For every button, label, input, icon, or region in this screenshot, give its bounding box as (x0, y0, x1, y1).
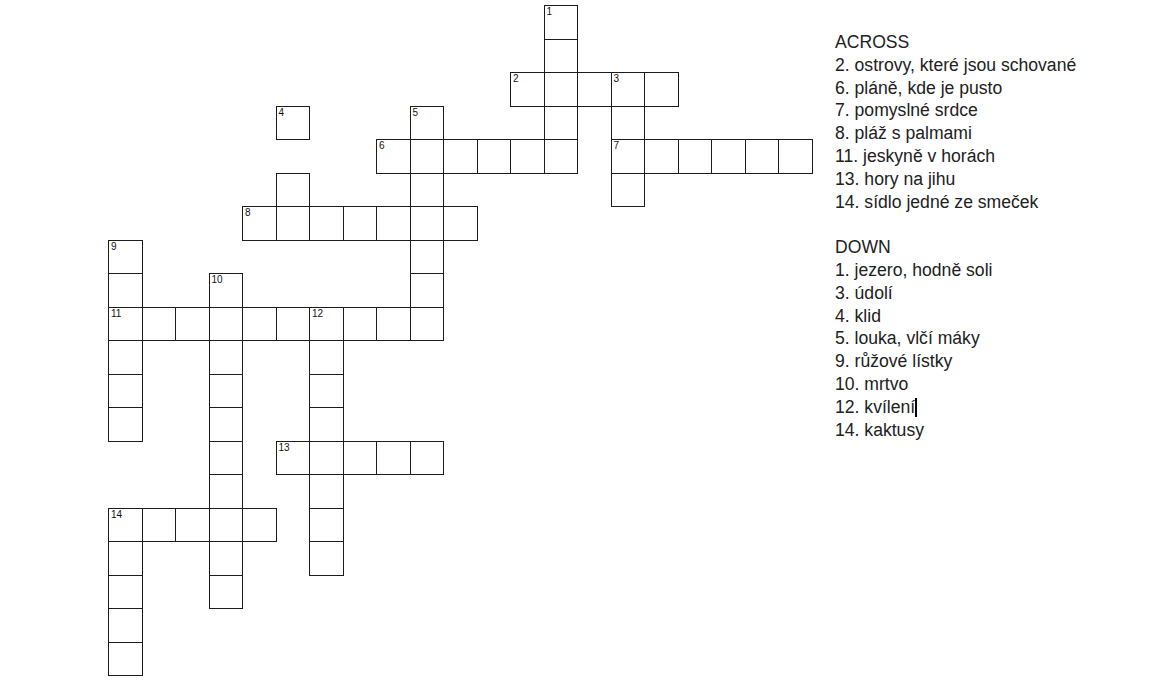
grid-cell[interactable] (209, 541, 244, 576)
grid-cell[interactable] (108, 541, 143, 576)
clue-number: 10 (212, 274, 223, 285)
grid-cell[interactable] (611, 173, 646, 208)
grid-cell[interactable]: 11 (108, 307, 143, 342)
grid-cell[interactable] (209, 474, 244, 509)
grid-cell[interactable] (142, 307, 177, 342)
clue-down-12[interactable]: 12. kvílení (835, 396, 1076, 419)
grid-cell[interactable] (544, 139, 579, 174)
clue-number: 1 (547, 6, 553, 17)
grid-cell[interactable] (209, 508, 244, 543)
clue-down-10[interactable]: 10. mrtvo (835, 373, 1076, 396)
grid-cell[interactable] (644, 72, 679, 107)
grid-cell[interactable]: 9 (108, 240, 143, 275)
grid-cell[interactable] (376, 206, 411, 241)
grid-cell[interactable] (410, 307, 445, 342)
grid-cell[interactable]: 10 (209, 273, 244, 308)
grid-cell[interactable] (209, 407, 244, 442)
grid-cell[interactable] (309, 340, 344, 375)
grid-cell[interactable] (443, 139, 478, 174)
grid-cell[interactable]: 5 (410, 106, 445, 141)
grid-cell[interactable]: 4 (276, 106, 311, 141)
clue-number: 6 (379, 140, 385, 151)
grid-cell[interactable] (410, 441, 445, 476)
grid-cell[interactable] (745, 139, 780, 174)
grid-cell[interactable] (209, 575, 244, 610)
clue-down-1[interactable]: 1. jezero, hodně soli (835, 259, 1076, 282)
clue-down-4[interactable]: 4. klid (835, 305, 1076, 328)
clue-number: 12 (312, 308, 323, 319)
grid-cell[interactable] (544, 39, 579, 74)
grid-cell[interactable] (209, 340, 244, 375)
across-heading: ACROSS (835, 31, 1076, 54)
text-cursor (915, 398, 917, 417)
across-clues-list: 2. ostrovy, které jsou schované6. pláně,… (835, 54, 1076, 214)
grid-cell[interactable] (175, 508, 210, 543)
grid-cell[interactable] (108, 642, 143, 677)
grid-cell[interactable] (209, 307, 244, 342)
grid-cell[interactable]: 1 (544, 5, 579, 40)
grid-cell[interactable] (410, 240, 445, 275)
grid-cell[interactable] (678, 139, 713, 174)
grid-cell[interactable]: 14 (108, 508, 143, 543)
grid-cell[interactable]: 12 (309, 307, 344, 342)
grid-cell[interactable] (142, 508, 177, 543)
grid-cell[interactable] (410, 173, 445, 208)
clue-number: 4 (279, 107, 285, 118)
clue-number: 7 (614, 140, 620, 151)
grid-cell[interactable] (309, 508, 344, 543)
grid-cell[interactable] (611, 106, 646, 141)
grid-cell[interactable] (108, 608, 143, 643)
grid-cell[interactable] (343, 307, 378, 342)
grid-cell[interactable] (577, 72, 612, 107)
down-heading: DOWN (835, 236, 1076, 259)
grid-cell[interactable]: 13 (276, 441, 311, 476)
clue-number: 9 (111, 241, 117, 252)
grid-cell[interactable] (108, 575, 143, 610)
grid-cell[interactable]: 2 (510, 72, 545, 107)
clue-across-14[interactable]: 14. sídlo jedné ze smeček (835, 191, 1076, 214)
grid-cell[interactable] (242, 307, 277, 342)
grid-cell[interactable] (343, 441, 378, 476)
clue-number: 3 (614, 73, 620, 84)
grid-cell[interactable] (175, 307, 210, 342)
grid-cell[interactable] (477, 139, 512, 174)
clue-number: 11 (111, 308, 121, 319)
clues-spacer (835, 213, 1076, 236)
clue-down-3[interactable]: 3. údolí (835, 282, 1076, 305)
crossword-board: 1234567891011121314 (108, 5, 813, 677)
grid-cell[interactable]: 8 (242, 206, 277, 241)
grid-cell[interactable] (209, 441, 244, 476)
grid-cell[interactable] (343, 206, 378, 241)
grid-cell[interactable] (410, 206, 445, 241)
grid-cell[interactable] (376, 307, 411, 342)
clue-down-9[interactable]: 9. růžové lístky (835, 350, 1076, 373)
clue-across-13[interactable]: 13. hory na jihu (835, 168, 1076, 191)
grid-cell[interactable] (309, 441, 344, 476)
clue-number: 14 (111, 509, 122, 520)
clues-panel: ACROSS 2. ostrovy, které jsou schované6.… (835, 31, 1076, 441)
grid-cell[interactable] (209, 374, 244, 409)
grid-cell[interactable] (108, 273, 143, 308)
grid-cell[interactable] (108, 407, 143, 442)
grid-cell[interactable] (309, 474, 344, 509)
grid-cell[interactable] (410, 139, 445, 174)
grid-cell[interactable] (410, 273, 445, 308)
grid-cell[interactable] (242, 508, 277, 543)
clue-down-14[interactable]: 14. kaktusy (835, 419, 1076, 442)
clue-number: 5 (413, 107, 419, 118)
grid-cell[interactable] (276, 206, 311, 241)
clue-across-11[interactable]: 11. jeskyně v horách (835, 145, 1076, 168)
grid-cell[interactable] (309, 541, 344, 576)
clue-number: 8 (245, 207, 251, 218)
grid-cell[interactable] (276, 307, 311, 342)
grid-cell[interactable] (309, 407, 344, 442)
down-clues-list: 1. jezero, hodně soli3. údolí4. klid5. l… (835, 259, 1076, 441)
grid-cell[interactable]: 3 (611, 72, 646, 107)
clue-number: 13 (279, 442, 290, 453)
grid-cell[interactable] (544, 72, 579, 107)
grid-cell[interactable] (108, 340, 143, 375)
clue-across-6[interactable]: 6. pláně, kde je pusto (835, 77, 1076, 100)
grid-cell[interactable] (108, 374, 143, 409)
grid-cell[interactable] (376, 441, 411, 476)
clue-number: 2 (513, 73, 519, 84)
grid-cell[interactable] (510, 139, 545, 174)
grid-cell[interactable]: 7 (611, 139, 646, 174)
grid-cell[interactable] (711, 139, 746, 174)
clue-down-5[interactable]: 5. louka, vlčí máky (835, 327, 1076, 350)
grid-cell[interactable]: 6 (376, 139, 411, 174)
grid-cell[interactable] (443, 206, 478, 241)
clue-across-8[interactable]: 8. pláž s palmami (835, 122, 1076, 145)
grid-cell[interactable] (276, 173, 311, 208)
grid-cell[interactable] (644, 139, 679, 174)
clue-across-7[interactable]: 7. pomyslné srdce (835, 99, 1076, 122)
grid-cell[interactable] (309, 374, 344, 409)
grid-cell[interactable] (778, 139, 813, 174)
clue-across-2[interactable]: 2. ostrovy, které jsou schované (835, 54, 1076, 77)
grid-cell[interactable] (544, 106, 579, 141)
grid-cell[interactable] (309, 206, 344, 241)
